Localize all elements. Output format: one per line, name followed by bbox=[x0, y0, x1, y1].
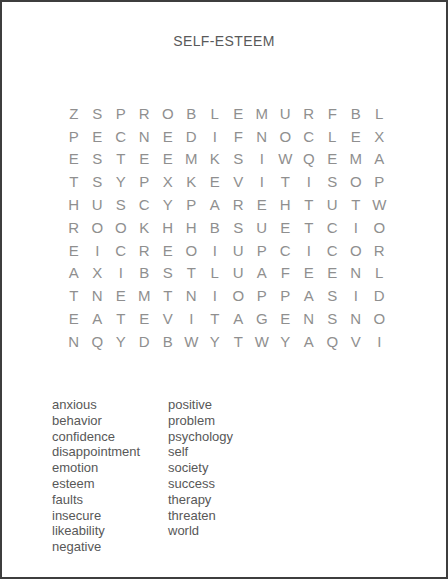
grid-cell-r2c3: C bbox=[109, 125, 133, 148]
grid-cell-r4c5: X bbox=[156, 170, 180, 193]
grid-cell-r6c4: K bbox=[133, 216, 157, 239]
grid-cell-r10c1: E bbox=[62, 307, 86, 330]
grid-cell-r8c3: I bbox=[109, 262, 133, 285]
grid-cell-r3c3: T bbox=[109, 148, 133, 171]
grid-cell-r1c11: R bbox=[297, 102, 321, 125]
grid-cell-r4c7: E bbox=[203, 170, 227, 193]
grid-cell-r6c2: O bbox=[86, 216, 110, 239]
grid-cell-r10c3: T bbox=[109, 307, 133, 330]
grid-cell-r8c14: L bbox=[368, 262, 392, 285]
grid-cell-r8c5: S bbox=[156, 262, 180, 285]
grid-cell-r7c14: R bbox=[368, 239, 392, 262]
grid-cell-r3c8: S bbox=[227, 148, 251, 171]
grid-cell-r4c13: O bbox=[344, 170, 368, 193]
grid-cell-r10c2: A bbox=[86, 307, 110, 330]
grid-cell-r5c6: P bbox=[180, 193, 204, 216]
grid-cell-r8c7: L bbox=[203, 262, 227, 285]
grid-cell-r6c9: U bbox=[250, 216, 274, 239]
grid-cell-r9c14: D bbox=[368, 284, 392, 307]
grid-cell-r11c9: W bbox=[250, 330, 274, 353]
word-list-item-confidence: confidence bbox=[52, 429, 140, 445]
grid-cell-r4c8: V bbox=[227, 170, 251, 193]
grid-cell-r11c2: Q bbox=[86, 330, 110, 353]
grid-cell-r11c8: T bbox=[227, 330, 251, 353]
grid-cell-r1c8: E bbox=[227, 102, 251, 125]
word-list-item-disappointment: disappointment bbox=[52, 444, 140, 460]
grid-cell-r8c12: E bbox=[321, 262, 345, 285]
grid-cell-r6c3: O bbox=[109, 216, 133, 239]
grid-cell-r7c11: I bbox=[297, 239, 321, 262]
grid-cell-r7c3: C bbox=[109, 239, 133, 262]
grid-cell-r10c12: S bbox=[321, 307, 345, 330]
grid-cell-r6c5: H bbox=[156, 216, 180, 239]
word-list-item-world: world bbox=[168, 523, 233, 539]
grid-cell-r3c12: E bbox=[321, 148, 345, 171]
grid-cell-r2c2: E bbox=[86, 125, 110, 148]
grid-cell-r11c11: A bbox=[297, 330, 321, 353]
word-list-right-column: positiveproblempsychologyselfsocietysucc… bbox=[168, 397, 233, 539]
grid-cell-r11c5: B bbox=[156, 330, 180, 353]
grid-cell-r6c10: E bbox=[274, 216, 298, 239]
grid-cell-r11c10: Y bbox=[274, 330, 298, 353]
grid-cell-r8c9: A bbox=[250, 262, 274, 285]
grid-cell-r11c6: W bbox=[180, 330, 204, 353]
grid-cell-r3c6: M bbox=[180, 148, 204, 171]
grid-cell-r7c13: O bbox=[344, 239, 368, 262]
grid-cell-r3c2: S bbox=[86, 148, 110, 171]
grid-cell-r4c6: K bbox=[180, 170, 204, 193]
grid-cell-r10c9: G bbox=[250, 307, 274, 330]
grid-cell-r9c13: I bbox=[344, 284, 368, 307]
grid-cell-r4c3: Y bbox=[109, 170, 133, 193]
grid-cell-r3c9: I bbox=[250, 148, 274, 171]
grid-cell-r6c12: C bbox=[321, 216, 345, 239]
grid-cell-r1c10: U bbox=[274, 102, 298, 125]
grid-cell-r7c1: E bbox=[62, 239, 86, 262]
grid-cell-r10c13: N bbox=[344, 307, 368, 330]
grid-cell-r10c14: O bbox=[368, 307, 392, 330]
word-list-item-insecure: insecure bbox=[52, 508, 140, 524]
grid-cell-r3c10: W bbox=[274, 148, 298, 171]
grid-cell-r5c10: H bbox=[274, 193, 298, 216]
grid-cell-r2c4: N bbox=[133, 125, 157, 148]
grid-cell-r9c7: I bbox=[203, 284, 227, 307]
grid-cell-r9c1: T bbox=[62, 284, 86, 307]
word-list-item-success: success bbox=[168, 476, 233, 492]
grid-cell-r7c7: I bbox=[203, 239, 227, 262]
grid-cell-r11c12: Q bbox=[321, 330, 345, 353]
grid-cell-r8c10: F bbox=[274, 262, 298, 285]
grid-cell-r6c7: B bbox=[203, 216, 227, 239]
grid-cell-r5c8: R bbox=[227, 193, 251, 216]
puzzle-title: SELF-ESTEEM bbox=[2, 33, 446, 49]
grid-cell-r9c5: T bbox=[156, 284, 180, 307]
grid-cell-r2c11: C bbox=[297, 125, 321, 148]
grid-cell-r11c1: N bbox=[62, 330, 86, 353]
grid-cell-r9c6: N bbox=[180, 284, 204, 307]
grid-cell-r2c13: E bbox=[344, 125, 368, 148]
grid-cell-r2c5: E bbox=[156, 125, 180, 148]
word-list-item-esteem: esteem bbox=[52, 476, 140, 492]
grid-cell-r3c5: E bbox=[156, 148, 180, 171]
grid-cell-r4c11: I bbox=[297, 170, 321, 193]
grid-cell-r9c10: P bbox=[274, 284, 298, 307]
grid-cell-r5c2: U bbox=[86, 193, 110, 216]
grid-cell-r8c8: U bbox=[227, 262, 251, 285]
grid-cell-r11c14: I bbox=[368, 330, 392, 353]
grid-cell-r7c4: R bbox=[133, 239, 157, 262]
grid-cell-r3c13: M bbox=[344, 148, 368, 171]
word-list-left-column: anxiousbehaviorconfidencedisappointmente… bbox=[52, 397, 140, 555]
grid-cell-r5c13: T bbox=[344, 193, 368, 216]
grid-cell-r7c5: E bbox=[156, 239, 180, 262]
word-list-item-psychology: psychology bbox=[168, 429, 233, 445]
grid-cell-r2c7: I bbox=[203, 125, 227, 148]
grid-cell-r11c13: V bbox=[344, 330, 368, 353]
grid-cell-r9c8: O bbox=[227, 284, 251, 307]
grid-cell-r8c4: B bbox=[133, 262, 157, 285]
grid-cell-r2c1: P bbox=[62, 125, 86, 148]
grid-cell-r2c10: O bbox=[274, 125, 298, 148]
grid-cell-r7c9: P bbox=[250, 239, 274, 262]
grid-cell-r5c1: H bbox=[62, 193, 86, 216]
word-list-item-society: society bbox=[168, 460, 233, 476]
grid-cell-r1c1: Z bbox=[62, 102, 86, 125]
word-list-item-self: self bbox=[168, 444, 233, 460]
grid-cell-r5c7: A bbox=[203, 193, 227, 216]
grid-cell-r9c11: A bbox=[297, 284, 321, 307]
grid-cell-r1c12: F bbox=[321, 102, 345, 125]
grid-cell-r9c2: N bbox=[86, 284, 110, 307]
grid-cell-r6c8: S bbox=[227, 216, 251, 239]
grid-cell-r1c3: P bbox=[109, 102, 133, 125]
word-list-item-anxious: anxious bbox=[52, 397, 140, 413]
grid-cell-r5c9: E bbox=[250, 193, 274, 216]
grid-cell-r11c3: Y bbox=[109, 330, 133, 353]
grid-cell-r8c1: A bbox=[62, 262, 86, 285]
grid-cell-r2c6: D bbox=[180, 125, 204, 148]
grid-cell-r1c4: R bbox=[133, 102, 157, 125]
grid-cell-r7c10: C bbox=[274, 239, 298, 262]
grid-cell-r2c9: N bbox=[250, 125, 274, 148]
grid-cell-r10c4: E bbox=[133, 307, 157, 330]
grid-cell-r3c7: K bbox=[203, 148, 227, 171]
grid-cell-r5c5: Y bbox=[156, 193, 180, 216]
grid-cell-r8c2: X bbox=[86, 262, 110, 285]
grid-cell-r2c12: L bbox=[321, 125, 345, 148]
grid-cell-r9c4: M bbox=[133, 284, 157, 307]
grid-cell-r10c8: A bbox=[227, 307, 251, 330]
grid-cell-r4c4: P bbox=[133, 170, 157, 193]
word-list-item-emotion: emotion bbox=[52, 460, 140, 476]
grid-cell-r1c9: M bbox=[250, 102, 274, 125]
grid-cell-r7c8: U bbox=[227, 239, 251, 262]
grid-cell-r10c6: I bbox=[180, 307, 204, 330]
grid-cell-r5c4: C bbox=[133, 193, 157, 216]
word-list-item-therapy: therapy bbox=[168, 492, 233, 508]
grid-cell-r7c12: C bbox=[321, 239, 345, 262]
grid-cell-r4c2: S bbox=[86, 170, 110, 193]
word-list-item-faults: faults bbox=[52, 492, 140, 508]
letter-grid: ZSPROBLEMURFBLPECNEDIFNOCLEXESTEEMKSIWQE… bbox=[62, 102, 391, 353]
word-list-item-threaten: threaten bbox=[168, 508, 233, 524]
word-list-item-behavior: behavior bbox=[52, 413, 140, 429]
grid-cell-r1c14: L bbox=[368, 102, 392, 125]
grid-cell-r4c12: S bbox=[321, 170, 345, 193]
grid-cell-r10c10: E bbox=[274, 307, 298, 330]
grid-cell-r4c1: T bbox=[62, 170, 86, 193]
grid-cell-r11c7: Y bbox=[203, 330, 227, 353]
grid-cell-r3c4: E bbox=[133, 148, 157, 171]
grid-cell-r11c4: D bbox=[133, 330, 157, 353]
grid-cell-r10c11: N bbox=[297, 307, 321, 330]
grid-cell-r7c2: I bbox=[86, 239, 110, 262]
grid-cell-r4c10: T bbox=[274, 170, 298, 193]
grid-cell-r4c14: P bbox=[368, 170, 392, 193]
grid-cell-r1c6: B bbox=[180, 102, 204, 125]
grid-cell-r3c14: A bbox=[368, 148, 392, 171]
word-list-item-positive: positive bbox=[168, 397, 233, 413]
grid-cell-r5c11: T bbox=[297, 193, 321, 216]
grid-cell-r5c12: U bbox=[321, 193, 345, 216]
grid-cell-r6c14: O bbox=[368, 216, 392, 239]
grid-cell-r6c13: I bbox=[344, 216, 368, 239]
grid-cell-r8c13: N bbox=[344, 262, 368, 285]
grid-cell-r1c5: O bbox=[156, 102, 180, 125]
grid-cell-r10c7: T bbox=[203, 307, 227, 330]
grid-cell-r8c6: T bbox=[180, 262, 204, 285]
grid-cell-r1c7: L bbox=[203, 102, 227, 125]
grid-cell-r9c3: E bbox=[109, 284, 133, 307]
grid-cell-r1c13: B bbox=[344, 102, 368, 125]
grid-cell-r3c1: E bbox=[62, 148, 86, 171]
word-search-page: SELF-ESTEEM ZSPROBLEMURFBLPECNEDIFNOCLEX… bbox=[0, 0, 448, 579]
grid-cell-r3c11: Q bbox=[297, 148, 321, 171]
grid-cell-r9c9: P bbox=[250, 284, 274, 307]
word-list-item-problem: problem bbox=[168, 413, 233, 429]
grid-cell-r9c12: S bbox=[321, 284, 345, 307]
grid-cell-r2c8: F bbox=[227, 125, 251, 148]
grid-cell-r2c14: X bbox=[368, 125, 392, 148]
grid-cell-r7c6: O bbox=[180, 239, 204, 262]
grid-cell-r6c11: T bbox=[297, 216, 321, 239]
grid-cell-r5c3: S bbox=[109, 193, 133, 216]
grid-cell-r1c2: S bbox=[86, 102, 110, 125]
word-list-item-negative: negative bbox=[52, 539, 140, 555]
grid-cell-r8c11: E bbox=[297, 262, 321, 285]
grid-cell-r10c5: V bbox=[156, 307, 180, 330]
word-list-item-likeability: likeability bbox=[52, 523, 140, 539]
grid-cell-r6c6: H bbox=[180, 216, 204, 239]
grid-cell-r5c14: W bbox=[368, 193, 392, 216]
grid-cell-r6c1: R bbox=[62, 216, 86, 239]
grid-cell-r4c9: I bbox=[250, 170, 274, 193]
